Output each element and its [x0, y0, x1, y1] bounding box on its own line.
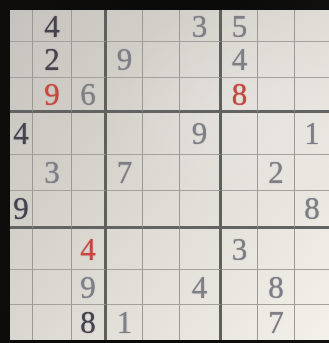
cell-r7c4[interactable] [107, 229, 143, 270]
cell-r3c6[interactable] [180, 78, 222, 113]
cell-r7c7[interactable]: 3 [222, 229, 258, 270]
cell-r6c8[interactable] [258, 191, 295, 229]
cell-r1c7[interactable]: 5 [222, 10, 258, 42]
cell-r5c6[interactable] [180, 155, 222, 191]
cell-r4c1[interactable]: 4 [10, 113, 33, 155]
cell-r8c9[interactable] [295, 270, 329, 305]
cell-r5c7[interactable] [222, 155, 258, 191]
cell-r8c7[interactable] [222, 270, 258, 305]
cell-r5c5[interactable] [143, 155, 180, 191]
cell-r3c4[interactable] [107, 78, 143, 113]
cell-r4c2[interactable] [33, 113, 72, 155]
cell-r9c8[interactable]: 7 [258, 305, 295, 340]
cell-r3c1[interactable] [10, 78, 33, 113]
cell-r1c3[interactable] [72, 10, 107, 42]
cell-r3c5[interactable] [143, 78, 180, 113]
cell-r9c5[interactable] [143, 305, 180, 340]
cell-r4c9[interactable]: 1 [295, 113, 329, 155]
cell-r2c9[interactable] [295, 42, 329, 78]
cell-r8c4[interactable] [107, 270, 143, 305]
cell-r9c7[interactable] [222, 305, 258, 340]
cell-r1c9[interactable] [295, 10, 329, 42]
cell-r3c3[interactable]: 6 [72, 78, 107, 113]
cell-r9c6[interactable] [180, 305, 222, 340]
cell-r2c1[interactable] [10, 42, 33, 78]
cell-r8c1[interactable] [10, 270, 33, 305]
cell-r2c5[interactable] [143, 42, 180, 78]
cell-r2c7[interactable]: 4 [222, 42, 258, 78]
cell-r6c3[interactable] [72, 191, 107, 229]
cell-r4c3[interactable] [72, 113, 107, 155]
cell-r6c2[interactable] [33, 191, 72, 229]
cell-r5c3[interactable] [72, 155, 107, 191]
cell-r2c2[interactable]: 2 [33, 42, 72, 78]
cell-r5c9[interactable] [295, 155, 329, 191]
cell-r1c2[interactable]: 4 [33, 10, 72, 42]
cell-r5c1[interactable] [10, 155, 33, 191]
cell-r4c8[interactable] [258, 113, 295, 155]
cell-r9c9[interactable] [295, 305, 329, 340]
cell-r2c4[interactable]: 9 [107, 42, 143, 78]
cell-r6c9[interactable]: 8 [295, 191, 329, 229]
cell-r9c1[interactable] [10, 305, 33, 340]
photo-frame: 4352949684913729843948817 [0, 0, 329, 343]
cell-r4c6[interactable]: 9 [180, 113, 222, 155]
cell-r4c5[interactable] [143, 113, 180, 155]
cell-r7c3[interactable]: 4 [72, 229, 107, 270]
cell-r4c4[interactable] [107, 113, 143, 155]
cell-r3c9[interactable] [295, 78, 329, 113]
cell-r6c6[interactable] [180, 191, 222, 229]
cell-r7c8[interactable] [258, 229, 295, 270]
cell-r3c7[interactable]: 8 [222, 78, 258, 113]
cell-r5c8[interactable]: 2 [258, 155, 295, 191]
cell-r3c8[interactable] [258, 78, 295, 113]
cell-r7c5[interactable] [143, 229, 180, 270]
cell-r7c9[interactable] [295, 229, 329, 270]
cell-r8c2[interactable] [33, 270, 72, 305]
cell-r6c4[interactable] [107, 191, 143, 229]
cell-r2c8[interactable] [258, 42, 295, 78]
cell-r8c8[interactable]: 8 [258, 270, 295, 305]
cell-r8c3[interactable]: 9 [72, 270, 107, 305]
cell-r1c1[interactable] [10, 10, 33, 42]
cell-r9c2[interactable] [33, 305, 72, 340]
sudoku-board: 4352949684913729843948817 [10, 10, 329, 340]
cell-r6c1[interactable]: 9 [10, 191, 33, 229]
cell-r1c6[interactable]: 3 [180, 10, 222, 42]
cell-r2c6[interactable] [180, 42, 222, 78]
cell-r9c3[interactable]: 8 [72, 305, 107, 340]
cell-r7c1[interactable] [10, 229, 33, 270]
cell-r2c3[interactable] [72, 42, 107, 78]
cell-r4c7[interactable] [222, 113, 258, 155]
cell-r9c4[interactable]: 1 [107, 305, 143, 340]
cell-r1c4[interactable] [107, 10, 143, 42]
cell-r5c2[interactable]: 3 [33, 155, 72, 191]
cell-r6c5[interactable] [143, 191, 180, 229]
cell-r5c4[interactable]: 7 [107, 155, 143, 191]
cell-r1c5[interactable] [143, 10, 180, 42]
cell-r8c5[interactable] [143, 270, 180, 305]
cell-r8c6[interactable]: 4 [180, 270, 222, 305]
cell-r7c6[interactable] [180, 229, 222, 270]
cell-r3c2[interactable]: 9 [33, 78, 72, 113]
cell-r7c2[interactable] [33, 229, 72, 270]
cell-r1c8[interactable] [258, 10, 295, 42]
cell-r6c7[interactable] [222, 191, 258, 229]
